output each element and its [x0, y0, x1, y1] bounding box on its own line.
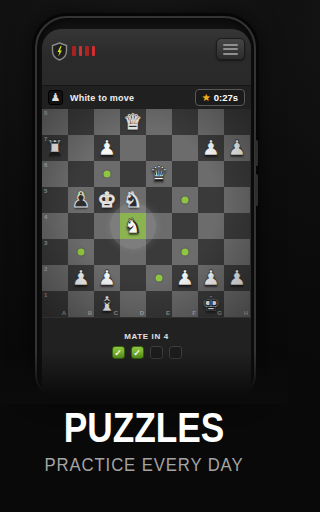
step-checkbox-checked: ✓ — [112, 346, 125, 359]
square-f3[interactable] — [172, 239, 198, 265]
square-h1[interactable]: H — [224, 291, 250, 317]
square-g2[interactable]: ♟ — [198, 265, 224, 291]
white-king-g1[interactable]: ♚ — [198, 291, 224, 317]
square-d8[interactable]: ♛ — [120, 109, 146, 135]
white-pawn-h2[interactable]: ♟ — [224, 265, 250, 291]
lives-indicator — [72, 46, 95, 56]
square-f2[interactable]: ♟ — [172, 265, 198, 291]
square-e1[interactable]: E — [146, 291, 172, 317]
square-f6[interactable] — [172, 161, 198, 187]
white-pawn-g7[interactable]: ♟ — [198, 135, 224, 161]
rank-label: 1 — [44, 292, 47, 298]
life-bar-icon — [85, 46, 89, 56]
step-checkbox-empty — [150, 346, 163, 359]
square-e3[interactable] — [146, 239, 172, 265]
square-c2[interactable]: ♟ — [94, 265, 120, 291]
white-pawn-c2[interactable]: ♟ — [94, 265, 120, 291]
square-h6[interactable] — [224, 161, 250, 187]
square-g4[interactable] — [198, 213, 224, 239]
rank-label: 2 — [44, 266, 47, 272]
file-label: H — [244, 310, 248, 316]
file-label: E — [166, 310, 170, 316]
square-h7[interactable]: ♟ — [224, 135, 250, 161]
white-pawn-b2[interactable]: ♟ — [68, 265, 94, 291]
white-pawn-f2[interactable]: ♟ — [172, 265, 198, 291]
white-pawn-h7[interactable]: ♟ — [224, 135, 250, 161]
move-hint-dot[interactable] — [182, 249, 189, 256]
square-b7[interactable] — [68, 135, 94, 161]
file-label: F — [192, 310, 196, 316]
square-d2[interactable] — [120, 265, 146, 291]
shield-bolt-icon — [51, 42, 68, 61]
square-g6[interactable] — [198, 161, 224, 187]
square-b4[interactable] — [68, 213, 94, 239]
square-a8[interactable]: 8 — [42, 109, 68, 135]
square-c5[interactable]: ♚ — [94, 187, 120, 213]
black-pawn-b5[interactable]: ♟ — [68, 187, 94, 213]
square-e5[interactable] — [146, 187, 172, 213]
life-bar-icon — [92, 46, 96, 56]
move-hint-dot[interactable] — [78, 249, 85, 256]
square-g3[interactable] — [198, 239, 224, 265]
square-h8[interactable] — [224, 109, 250, 135]
square-d5[interactable]: ♞ — [120, 187, 146, 213]
turn-label: White to move — [70, 93, 134, 103]
white-pawn-g2[interactable]: ♟ — [198, 265, 224, 291]
move-hint-dot[interactable] — [182, 197, 189, 204]
square-h5[interactable] — [224, 187, 250, 213]
square-b1[interactable]: B — [68, 291, 94, 317]
rank-label: 6 — [44, 162, 47, 168]
square-h4[interactable] — [224, 213, 250, 239]
black-queen-d8[interactable]: ♛ — [120, 109, 146, 135]
square-a7[interactable]: 7♜ — [42, 135, 68, 161]
promo-block: PUZZLES PRACTICE EVERY DAY — [0, 404, 288, 476]
white-bishop-c1[interactable]: ♝ — [94, 291, 120, 317]
square-h2[interactable]: ♟ — [224, 265, 250, 291]
move-status-bar: ♟ White to move ★ 0:27s — [42, 85, 251, 109]
rank-label: 4 — [44, 214, 47, 220]
square-f4[interactable] — [172, 213, 198, 239]
black-king-c5[interactable]: ♚ — [94, 187, 120, 213]
life-bar-icon — [79, 46, 83, 56]
square-h3[interactable] — [224, 239, 250, 265]
square-c1[interactable]: C♝ — [94, 291, 120, 317]
chess-board[interactable]: 8♛7♜♟♟♟6♛5♟♚♞4♞32♟♟♟♟♟1ABC♝DEFG♚H — [42, 109, 250, 317]
life-bar-icon — [72, 46, 76, 56]
square-g7[interactable]: ♟ — [198, 135, 224, 161]
square-b6[interactable] — [68, 161, 94, 187]
square-g1[interactable]: G♚ — [198, 291, 224, 317]
square-f8[interactable] — [172, 109, 198, 135]
square-g5[interactable] — [198, 187, 224, 213]
square-c3[interactable] — [94, 239, 120, 265]
file-label: A — [62, 310, 66, 316]
phone-side-button — [255, 140, 258, 166]
square-f7[interactable] — [172, 135, 198, 161]
square-b8[interactable] — [68, 109, 94, 135]
move-hint-dot[interactable] — [156, 275, 163, 282]
square-a6[interactable]: 6 — [42, 161, 68, 187]
square-e7[interactable] — [146, 135, 172, 161]
square-e8[interactable] — [146, 109, 172, 135]
square-a5[interactable]: 5 — [42, 187, 68, 213]
square-b3[interactable] — [68, 239, 94, 265]
rank-label: 3 — [44, 240, 47, 246]
square-c8[interactable] — [94, 109, 120, 135]
white-queen-e6[interactable]: ♛ — [146, 161, 172, 187]
step-checkbox-checked: ✓ — [131, 346, 144, 359]
phone-side-button — [255, 174, 258, 206]
white-pawn-icon: ♟ — [48, 90, 63, 105]
star-icon: ★ — [202, 92, 211, 103]
white-knight-d4[interactable]: ♞ — [120, 213, 146, 239]
square-f1[interactable]: F — [172, 291, 198, 317]
square-f5[interactable] — [172, 187, 198, 213]
white-pawn-c7[interactable]: ♟ — [94, 135, 120, 161]
mate-in-label: MATE IN 4 — [42, 332, 251, 341]
timer-value: 0:27s — [214, 92, 238, 103]
square-d4[interactable]: ♞ — [120, 213, 146, 239]
square-a3[interactable]: 3 — [42, 239, 68, 265]
square-e6[interactable]: ♛ — [146, 161, 172, 187]
promo-title: PUZZLES — [26, 404, 262, 450]
square-g8[interactable] — [198, 109, 224, 135]
move-hint-dot[interactable] — [104, 171, 111, 178]
black-knight-d5[interactable]: ♞ — [120, 187, 146, 213]
puzzle-goal-panel: MATE IN 4 ✓✓ — [42, 317, 251, 397]
square-b5[interactable]: ♟ — [68, 187, 94, 213]
square-a2[interactable]: 2 — [42, 265, 68, 291]
rank-label: 5 — [44, 188, 47, 194]
square-c7[interactable]: ♟ — [94, 135, 120, 161]
file-label: B — [88, 310, 92, 316]
square-d1[interactable]: D — [120, 291, 146, 317]
promo-subtitle: PRACTICE EVERY DAY — [17, 454, 270, 476]
hamburger-menu-button[interactable] — [216, 38, 245, 60]
square-c6[interactable] — [94, 161, 120, 187]
square-a4[interactable]: 4 — [42, 213, 68, 239]
white-rook-a7[interactable]: ♜ — [42, 135, 68, 161]
phone-frame: ♟ White to move ★ 0:27s 8♛7♜♟♟♟6♛5♟♚♞4♞3… — [35, 16, 256, 397]
square-e2[interactable] — [146, 265, 172, 291]
step-checkbox-empty — [169, 346, 182, 359]
square-a1[interactable]: 1A — [42, 291, 68, 317]
app-header — [42, 29, 251, 85]
square-b2[interactable]: ♟ — [68, 265, 94, 291]
square-d7[interactable] — [120, 135, 146, 161]
puzzle-timer: ★ 0:27s — [195, 89, 245, 106]
rank-label: 8 — [44, 110, 47, 116]
square-d6[interactable] — [120, 161, 146, 187]
file-label: D — [140, 310, 144, 316]
app-screen: ♟ White to move ★ 0:27s 8♛7♜♟♟♟6♛5♟♚♞4♞3… — [42, 29, 251, 397]
progress-steps: ✓✓ — [42, 346, 251, 359]
